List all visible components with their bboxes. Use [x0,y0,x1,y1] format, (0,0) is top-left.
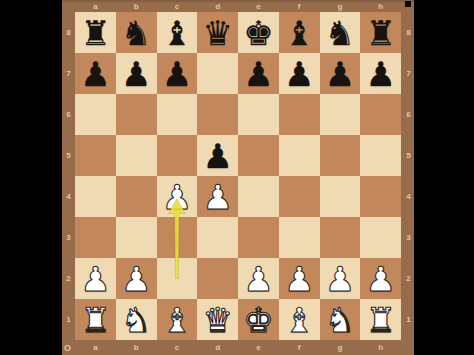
rank-label-right-4: 4 [403,176,414,217]
square-a4[interactable] [75,176,116,217]
square-d5[interactable]: ♟ [197,135,238,176]
square-b1[interactable]: ♞ [116,299,157,340]
square-c4[interactable]: ♟ [157,176,198,217]
square-h7[interactable]: ♟ [360,53,401,94]
square-e6[interactable] [238,94,279,135]
piece-white-bishop[interactable]: ♝ [284,303,314,337]
file-label-bottom-e: e [238,340,279,355]
piece-black-pawn[interactable]: ♟ [80,57,110,91]
piece-white-bishop[interactable]: ♝ [162,303,192,337]
piece-white-pawn[interactable]: ♟ [284,262,314,296]
square-g1[interactable]: ♞ [320,299,361,340]
square-b7[interactable]: ♟ [116,53,157,94]
square-g5[interactable] [320,135,361,176]
square-f4[interactable] [279,176,320,217]
rank-label-right-8: 8 [403,12,414,53]
square-d8[interactable]: ♛ [197,12,238,53]
piece-black-pawn[interactable]: ♟ [243,57,273,91]
rank-label-left-6: 6 [62,94,75,135]
square-d1[interactable]: ♛ [197,299,238,340]
file-label-bottom-h: h [360,340,401,355]
rank-labels-left: 87654321 [62,12,75,340]
piece-white-knight[interactable]: ♞ [121,303,151,337]
square-h8[interactable]: ♜ [360,12,401,53]
square-d6[interactable] [197,94,238,135]
piece-white-queen[interactable]: ♛ [202,303,232,337]
file-label-bottom-d: d [197,340,238,355]
square-e1[interactable]: ♚ [238,299,279,340]
piece-white-pawn[interactable]: ♟ [80,262,110,296]
file-label-top-f: f [279,0,320,12]
square-f3[interactable] [279,217,320,258]
square-h6[interactable] [360,94,401,135]
rank-label-right-3: 3 [403,217,414,258]
piece-black-rook[interactable]: ♜ [80,16,110,50]
piece-white-pawn[interactable]: ♟ [325,262,355,296]
square-a2[interactable]: ♟ [75,258,116,299]
square-c2[interactable] [157,258,198,299]
square-e7[interactable]: ♟ [238,53,279,94]
square-d4[interactable]: ♟ [197,176,238,217]
piece-black-king[interactable]: ♚ [243,16,273,50]
square-c6[interactable] [157,94,198,135]
square-a7[interactable]: ♟ [75,53,116,94]
square-g2[interactable]: ♟ [320,258,361,299]
rank-label-right-1: 1 [403,299,414,340]
square-g8[interactable]: ♞ [320,12,361,53]
file-label-top-a: a [75,0,116,12]
file-label-top-h: h [360,0,401,12]
square-d7[interactable] [197,53,238,94]
square-a5[interactable] [75,135,116,176]
piece-black-pawn[interactable]: ♟ [365,57,395,91]
square-h4[interactable] [360,176,401,217]
square-a1[interactable]: ♜ [75,299,116,340]
square-e8[interactable]: ♚ [238,12,279,53]
piece-black-pawn[interactable]: ♟ [284,57,314,91]
square-b3[interactable] [116,217,157,258]
piece-white-knight[interactable]: ♞ [325,303,355,337]
piece-white-rook[interactable]: ♜ [365,303,395,337]
square-g3[interactable] [320,217,361,258]
piece-white-pawn[interactable]: ♟ [121,262,151,296]
file-label-bottom-g: g [320,340,361,355]
square-f5[interactable] [279,135,320,176]
file-label-top-g: g [320,0,361,12]
piece-white-king[interactable]: ♚ [243,303,273,337]
file-label-top-d: d [197,0,238,12]
letterbox-right [414,0,474,355]
piece-black-rook[interactable]: ♜ [365,16,395,50]
square-b6[interactable] [116,94,157,135]
piece-black-bishop[interactable]: ♝ [162,16,192,50]
square-a6[interactable] [75,94,116,135]
piece-white-pawn[interactable]: ♟ [162,180,192,214]
square-h3[interactable] [360,217,401,258]
square-a3[interactable] [75,217,116,258]
chess-board: abcdefgh abcdefgh 87654321 87654321 O ♜♞… [62,0,414,355]
file-label-bottom-f: f [279,340,320,355]
piece-white-pawn[interactable]: ♟ [243,262,273,296]
square-f6[interactable] [279,94,320,135]
rank-label-left-4: 4 [62,176,75,217]
square-e5[interactable] [238,135,279,176]
rank-labels-right: 87654321 [403,12,414,340]
square-b4[interactable] [116,176,157,217]
square-e4[interactable] [238,176,279,217]
rank-label-left-7: 7 [62,53,75,94]
square-d2[interactable] [197,258,238,299]
piece-black-knight[interactable]: ♞ [121,16,151,50]
piece-black-knight[interactable]: ♞ [325,16,355,50]
square-f7[interactable]: ♟ [279,53,320,94]
piece-white-pawn[interactable]: ♟ [365,262,395,296]
square-h5[interactable] [360,135,401,176]
square-b2[interactable]: ♟ [116,258,157,299]
rank-label-right-2: 2 [403,258,414,299]
file-label-bottom-b: b [116,340,157,355]
rank-label-right-7: 7 [403,53,414,94]
piece-black-pawn[interactable]: ♟ [121,57,151,91]
rank-label-left-1: 1 [62,299,75,340]
square-g6[interactable] [320,94,361,135]
square-b8[interactable]: ♞ [116,12,157,53]
file-labels-top: abcdefgh [75,0,401,12]
square-g7[interactable]: ♟ [320,53,361,94]
piece-black-queen[interactable]: ♛ [202,16,232,50]
piece-black-bishop[interactable]: ♝ [284,16,314,50]
square-f1[interactable]: ♝ [279,299,320,340]
file-label-top-c: c [157,0,198,12]
square-c1[interactable]: ♝ [157,299,198,340]
square-c5[interactable] [157,135,198,176]
square-h1[interactable]: ♜ [360,299,401,340]
rank-label-right-6: 6 [403,94,414,135]
board-squares: ♜♞♝♛♚♝♞♜♟♟♟♟♟♟♟♟♟♟♟♟♟♟♟♟♜♞♝♛♚♝♞♜ [75,12,401,340]
square-e3[interactable] [238,217,279,258]
square-c8[interactable]: ♝ [157,12,198,53]
piece-black-pawn[interactable]: ♟ [202,139,232,173]
square-c3[interactable] [157,217,198,258]
file-label-bottom-a: a [75,340,116,355]
letterbox-left [0,0,62,355]
rank-label-right-5: 5 [403,135,414,176]
rank-label-left-8: 8 [62,12,75,53]
file-labels-bottom: abcdefgh [75,340,401,355]
rank-label-left-2: 2 [62,258,75,299]
square-c7[interactable]: ♟ [157,53,198,94]
piece-black-pawn[interactable]: ♟ [162,57,192,91]
square-f2[interactable]: ♟ [279,258,320,299]
piece-white-pawn[interactable]: ♟ [202,180,232,214]
square-g4[interactable] [320,176,361,217]
square-f8[interactable]: ♝ [279,12,320,53]
square-b5[interactable] [116,135,157,176]
file-label-bottom-c: c [157,340,198,355]
piece-white-rook[interactable]: ♜ [80,303,110,337]
corner-mark: O [64,343,71,353]
file-label-top-b: b [116,0,157,12]
square-h2[interactable]: ♟ [360,258,401,299]
rank-label-left-5: 5 [62,135,75,176]
video-marker-dot [405,1,411,7]
square-e2[interactable]: ♟ [238,258,279,299]
rank-label-left-3: 3 [62,217,75,258]
square-d3[interactable] [197,217,238,258]
file-label-top-e: e [238,0,279,12]
square-a8[interactable]: ♜ [75,12,116,53]
piece-black-pawn[interactable]: ♟ [325,57,355,91]
